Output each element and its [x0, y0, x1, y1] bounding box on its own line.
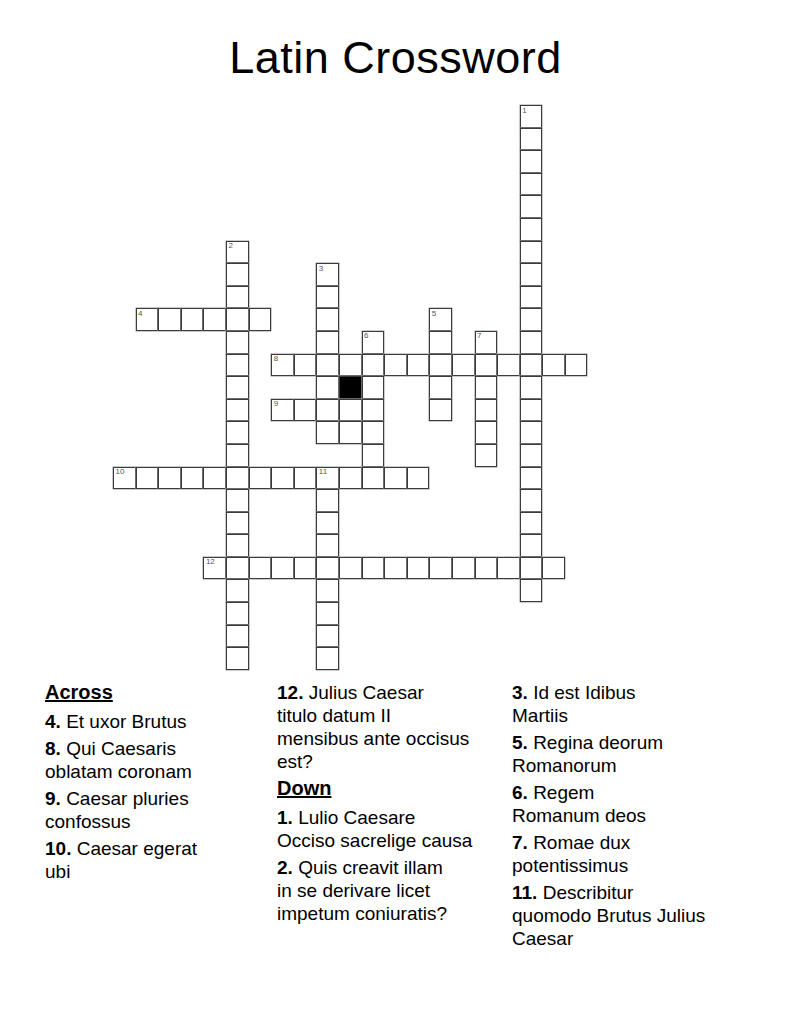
grid-cell[interactable]: [226, 444, 249, 467]
grid-cell[interactable]: [294, 399, 317, 422]
grid-cell[interactable]: [520, 579, 543, 602]
grid-cell[interactable]: [520, 354, 543, 377]
clue-text: Describitur quomodo Brutus Julius Caesar: [512, 882, 705, 949]
grid-cell[interactable]: [429, 557, 452, 580]
grid-cell[interactable]: [226, 421, 249, 444]
clue-number-label: 5.: [512, 732, 528, 753]
grid-cell[interactable]: [520, 376, 543, 399]
grid-cell[interactable]: 4: [136, 308, 159, 331]
clue-12-across: 12. Julius Caesar titulo datum II mensib…: [277, 681, 509, 773]
grid-cell[interactable]: 3: [316, 263, 339, 286]
grid-cell[interactable]: [520, 557, 543, 580]
grid-cell[interactable]: [316, 331, 339, 354]
grid-cell[interactable]: [226, 534, 249, 557]
grid-cell[interactable]: [362, 421, 385, 444]
clue-number-label: 11.: [512, 882, 537, 903]
grid-cell[interactable]: [520, 399, 543, 422]
grid-cell[interactable]: [452, 354, 475, 377]
grid-cell[interactable]: [520, 308, 543, 331]
grid-cell[interactable]: [475, 557, 498, 580]
clue-number: 12: [206, 558, 215, 566]
clue-text: Caesar pluries confossus: [45, 788, 189, 832]
clue-9-across: 9. Caesar pluries confossus: [45, 787, 273, 833]
puzzle-title: Latin Crossword: [0, 32, 791, 84]
clue-8-across: 8. Qui Caesaris oblatam coronam: [45, 737, 273, 783]
grid-cell[interactable]: [316, 512, 339, 535]
clue-number-label: 3.: [512, 682, 528, 703]
grid-cell[interactable]: [520, 128, 543, 151]
grid-cell[interactable]: [226, 399, 249, 422]
grid-cell[interactable]: [226, 286, 249, 309]
grid-cell[interactable]: [497, 354, 520, 377]
clue-text: Quis creavit illam in se derivare licet …: [277, 857, 447, 924]
clues-column: 12. Julius Caesar titulo datum II mensib…: [277, 681, 509, 929]
grid-cell[interactable]: [271, 467, 294, 490]
grid-cell[interactable]: [226, 331, 249, 354]
grid-cell[interactable]: [542, 354, 565, 377]
grid-cell[interactable]: [542, 557, 565, 580]
grid-cell[interactable]: [316, 399, 339, 422]
grid-cell[interactable]: [384, 557, 407, 580]
grid-cell[interactable]: [181, 308, 204, 331]
grid-cell[interactable]: 9: [271, 399, 294, 422]
grid-cell[interactable]: [226, 579, 249, 602]
grid-cell[interactable]: [497, 557, 520, 580]
grid-cell[interactable]: [407, 557, 430, 580]
grid-cell[interactable]: [249, 308, 272, 331]
clue-text: Regina deorum Romanorum: [512, 732, 663, 776]
grid-cell[interactable]: 7: [475, 331, 498, 354]
grid-cell[interactable]: [339, 421, 362, 444]
grid-cell[interactable]: [475, 376, 498, 399]
grid-cell[interactable]: [203, 308, 226, 331]
grid-cell[interactable]: [520, 467, 543, 490]
clue-4-across: 4. Et uxor Brutus: [45, 710, 273, 733]
grid-cell[interactable]: [520, 173, 543, 196]
grid-cell[interactable]: [316, 625, 339, 648]
grid-cell[interactable]: [520, 512, 543, 535]
grid-cell[interactable]: 11: [316, 467, 339, 490]
clue-text: Romae dux potentissimus: [512, 832, 630, 876]
clue-2-down: 2. Quis creavit illam in se derivare lic…: [277, 856, 509, 925]
across-heading: Across: [45, 681, 273, 704]
grid-cell[interactable]: [226, 308, 249, 331]
grid-cell[interactable]: [249, 467, 272, 490]
clue-10-across: 10. Caesar egerat ubi: [45, 837, 273, 883]
clue-text: Et uxor Brutus: [61, 711, 187, 732]
grid-cell[interactable]: [294, 467, 317, 490]
grid-cell[interactable]: [316, 557, 339, 580]
clue-number: 4: [138, 310, 142, 318]
grid-cell[interactable]: 8: [271, 354, 294, 377]
grid-cell[interactable]: 10: [113, 467, 136, 490]
grid-cell[interactable]: [226, 557, 249, 580]
grid-cell[interactable]: [294, 557, 317, 580]
grid-cell[interactable]: 5: [429, 308, 452, 331]
clue-number-label: 8.: [45, 738, 61, 759]
grid-cell[interactable]: [520, 534, 543, 557]
grid-cell[interactable]: [226, 512, 249, 535]
clue-5-down: 5. Regina deorum Romanorum: [512, 731, 774, 777]
grid-cell[interactable]: [452, 557, 475, 580]
grid-cell[interactable]: 2: [226, 241, 249, 264]
grid-cell[interactable]: [316, 376, 339, 399]
clue-number: 11: [319, 468, 327, 476]
grid-cell[interactable]: [339, 399, 362, 422]
grid-cell[interactable]: [520, 218, 543, 241]
grid-cell[interactable]: [294, 354, 317, 377]
grid-cell[interactable]: [158, 308, 181, 331]
grid-cell[interactable]: [362, 557, 385, 580]
clue-text: Julius Caesar titulo datum II mensibus a…: [277, 682, 469, 772]
grid-cell[interactable]: [226, 625, 249, 648]
clue-number: 9: [274, 400, 278, 408]
clues-column: Across4. Et uxor Brutus8. Qui Caesaris o…: [45, 681, 273, 887]
clue-number: 3: [319, 265, 323, 273]
grid-cell[interactable]: [316, 579, 339, 602]
clue-number-label: 7.: [512, 832, 528, 853]
clue-number-label: 1.: [277, 807, 293, 828]
grid-cell[interactable]: [475, 354, 498, 377]
grid-cell[interactable]: [316, 602, 339, 625]
grid-cell[interactable]: [362, 376, 385, 399]
clue-number: 6: [364, 332, 368, 340]
grid-cell[interactable]: [158, 467, 181, 490]
grid-cell[interactable]: [339, 557, 362, 580]
grid-cell[interactable]: [226, 354, 249, 377]
grid-cell[interactable]: [384, 467, 407, 490]
grid-cell[interactable]: [520, 195, 543, 218]
grid-cell[interactable]: [226, 376, 249, 399]
grid-cell[interactable]: [226, 647, 249, 670]
blocked-cell: [339, 376, 362, 399]
clue-number: 1: [522, 107, 526, 115]
grid-cell[interactable]: [475, 421, 498, 444]
grid-cell[interactable]: [226, 467, 249, 490]
grid-cell[interactable]: [249, 557, 272, 580]
grid-cell[interactable]: [339, 354, 362, 377]
clue-number: 5: [432, 310, 436, 318]
grid-cell[interactable]: [429, 354, 452, 377]
down-heading: Down: [277, 777, 509, 800]
grid-cell[interactable]: [316, 354, 339, 377]
clues-column: 3. Id est Idibus Martiis5. Regina deorum…: [512, 681, 774, 954]
grid-cell[interactable]: [520, 241, 543, 264]
grid-cell[interactable]: [316, 421, 339, 444]
grid-cell[interactable]: 12: [203, 557, 226, 580]
clue-number-label: 9.: [45, 788, 61, 809]
grid-cell[interactable]: [316, 647, 339, 670]
clue-3-down: 3. Id est Idibus Martiis: [512, 681, 774, 727]
clue-11-down: 11. Describitur quomodo Brutus Julius Ca…: [512, 881, 774, 950]
clue-number-label: 2.: [277, 857, 293, 878]
clue-text: Lulio Caesare Occiso sacrelige causa: [277, 807, 472, 851]
grid-cell[interactable]: [316, 286, 339, 309]
grid-cell[interactable]: [362, 399, 385, 422]
crossword-grid: 123456789101112: [113, 105, 587, 670]
grid-cell[interactable]: [316, 308, 339, 331]
clue-1-down: 1. Lulio Caesare Occiso sacrelige causa: [277, 806, 509, 852]
grid-cell[interactable]: [520, 150, 543, 173]
grid-cell[interactable]: [520, 444, 543, 467]
grid-cell[interactable]: [475, 444, 498, 467]
grid-cell[interactable]: [407, 354, 430, 377]
grid-cell[interactable]: [339, 467, 362, 490]
grid-cell[interactable]: [136, 467, 159, 490]
grid-cell[interactable]: [362, 444, 385, 467]
grid-cell[interactable]: [520, 489, 543, 512]
grid-cell[interactable]: [362, 354, 385, 377]
grid-cell[interactable]: [429, 376, 452, 399]
clue-number: 2: [228, 242, 232, 250]
clue-text: Regem Romanum deos: [512, 782, 646, 826]
clue-number-label: 4.: [45, 711, 61, 732]
clue-number-label: 6.: [512, 782, 528, 803]
clue-number-label: 12.: [277, 682, 303, 703]
grid-cell[interactable]: [181, 467, 204, 490]
clue-number-label: 10.: [45, 838, 71, 859]
grid-cell[interactable]: [203, 467, 226, 490]
grid-cell[interactable]: [429, 399, 452, 422]
clue-number: 7: [477, 332, 481, 340]
grid-cell[interactable]: [429, 331, 452, 354]
clue-text: Id est Idibus Martiis: [512, 682, 636, 726]
grid-cell[interactable]: [226, 602, 249, 625]
grid-cell[interactable]: [384, 354, 407, 377]
clue-7-down: 7. Romae dux potentissimus: [512, 831, 774, 877]
grid-cell[interactable]: [362, 467, 385, 490]
grid-cell[interactable]: [520, 263, 543, 286]
grid-cell[interactable]: [226, 489, 249, 512]
grid-cell[interactable]: [316, 489, 339, 512]
grid-cell[interactable]: [520, 421, 543, 444]
grid-cell[interactable]: 1: [520, 105, 543, 128]
grid-cell[interactable]: [520, 286, 543, 309]
grid-cell[interactable]: [226, 263, 249, 286]
clue-6-down: 6. Regem Romanum deos: [512, 781, 774, 827]
grid-cell[interactable]: [565, 354, 588, 377]
grid-cell[interactable]: [475, 399, 498, 422]
clue-text: Qui Caesaris oblatam coronam: [45, 738, 192, 782]
clue-number: 10: [116, 468, 125, 476]
grid-cell[interactable]: [407, 467, 430, 490]
grid-cell[interactable]: [316, 534, 339, 557]
grid-cell[interactable]: 6: [362, 331, 385, 354]
grid-cell[interactable]: [271, 557, 294, 580]
clue-number: 8: [274, 355, 278, 363]
grid-cell[interactable]: [520, 331, 543, 354]
